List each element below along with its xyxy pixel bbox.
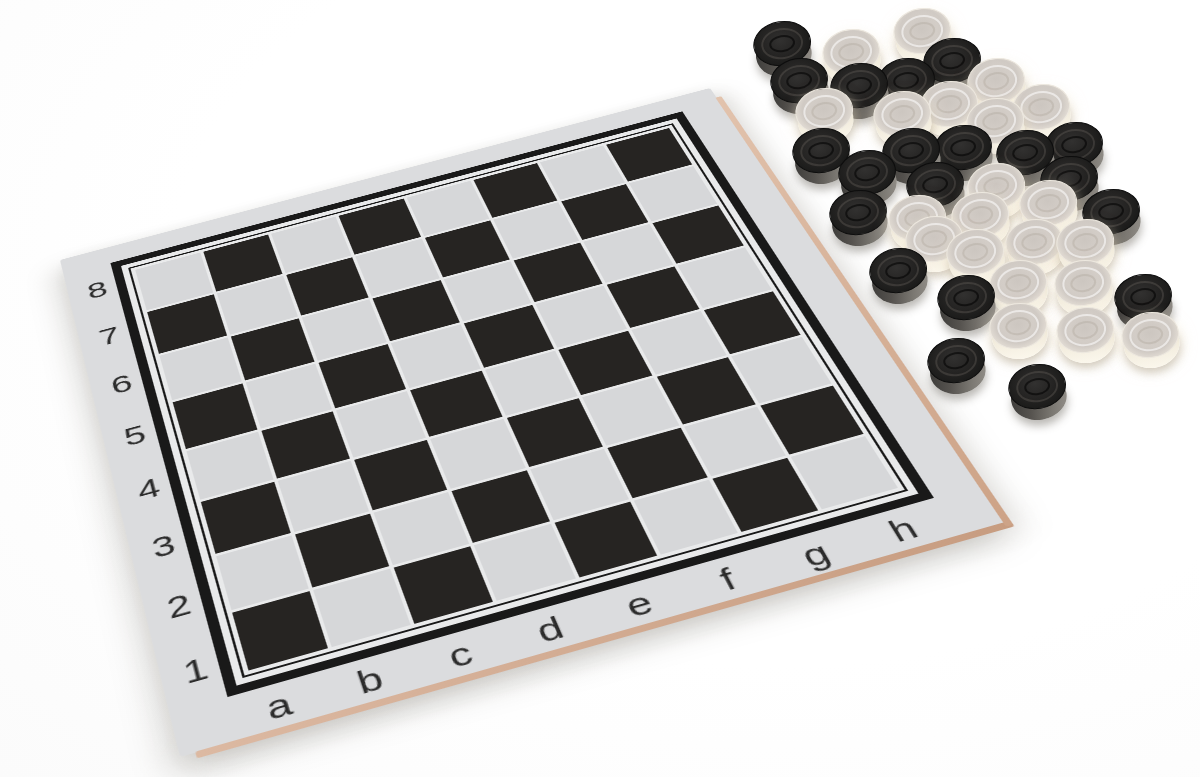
white-checker (1118, 308, 1184, 372)
photo-scene: 87654321 abcdefgh (0, 0, 1200, 777)
white-checker (1053, 303, 1119, 367)
pieces-layer (0, 0, 1200, 777)
black-checker (924, 334, 990, 398)
black-checker (1005, 360, 1071, 424)
black-checker (826, 186, 892, 250)
white-checker (986, 299, 1052, 363)
black-checker (866, 244, 932, 308)
